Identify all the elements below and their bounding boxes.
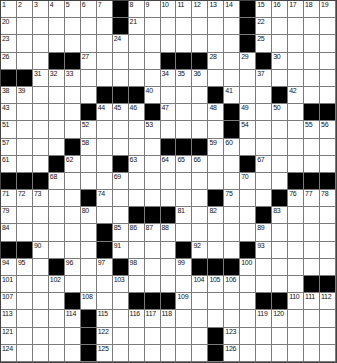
grid-cell-r10c5[interactable]: 62: [65, 156, 81, 173]
grid-cell-r17c13[interactable]: 104: [192, 276, 208, 293]
grid-cell-r21c7[interactable]: 125: [97, 345, 113, 362]
grid-cell-r7c4[interactable]: [49, 104, 65, 121]
grid-cell-r4c21[interactable]: [320, 53, 336, 70]
grid-cell-r8c1[interactable]: 51: [1, 121, 17, 138]
grid-cell-r6c16[interactable]: [240, 87, 256, 104]
grid-cell-r16c6[interactable]: [81, 259, 97, 276]
grid-cell-r13c16[interactable]: [240, 207, 256, 224]
grid-cell-r11c13[interactable]: [192, 173, 208, 190]
grid-cell-r6c21[interactable]: [320, 87, 336, 104]
grid-cell-r17c1[interactable]: 101: [1, 276, 17, 293]
grid-cell-r21c11[interactable]: [161, 345, 177, 362]
grid-cell-r1c11[interactable]: 10: [161, 1, 177, 18]
grid-cell-r18c2[interactable]: [17, 293, 33, 310]
grid-cell-r13c20[interactable]: [304, 207, 320, 224]
grid-cell-r9c6[interactable]: 58: [81, 139, 97, 156]
grid-cell-r5c16[interactable]: [240, 70, 256, 87]
grid-cell-r21c20[interactable]: [304, 345, 320, 362]
grid-cell-r12c19[interactable]: 76: [288, 190, 304, 207]
grid-cell-r8c7[interactable]: [97, 121, 113, 138]
grid-cell-r16c5[interactable]: 96: [65, 259, 81, 276]
grid-cell-r14c20[interactable]: [304, 224, 320, 241]
grid-cell-r10c15[interactable]: [224, 156, 240, 173]
grid-cell-r8c8[interactable]: [113, 121, 129, 138]
grid-cell-r20c4[interactable]: [49, 328, 65, 345]
grid-cell-r2c21[interactable]: [320, 18, 336, 35]
grid-cell-r12c9[interactable]: [129, 190, 145, 207]
grid-cell-r3c17[interactable]: 25: [256, 35, 272, 52]
grid-cell-r8c6[interactable]: 52: [81, 121, 97, 138]
grid-cell-r2c4[interactable]: [49, 18, 65, 35]
grid-cell-r20c5[interactable]: [65, 328, 81, 345]
grid-cell-r20c11[interactable]: [161, 328, 177, 345]
grid-cell-r16c1[interactable]: 94: [1, 259, 17, 276]
grid-cell-r14c13[interactable]: [192, 224, 208, 241]
grid-cell-r10c9[interactable]: 63: [129, 156, 145, 173]
grid-cell-r9c14[interactable]: 59: [208, 139, 224, 156]
grid-cell-r16c16[interactable]: 100: [240, 259, 256, 276]
grid-cell-r5c11[interactable]: 34: [161, 70, 177, 87]
grid-cell-r1c2[interactable]: 2: [17, 1, 33, 18]
grid-cell-r8c11[interactable]: [161, 121, 177, 138]
grid-cell-r19c15[interactable]: [224, 310, 240, 327]
grid-cell-r2c12[interactable]: [176, 18, 192, 35]
grid-cell-r7c8[interactable]: 45: [113, 104, 129, 121]
grid-cell-r20c20[interactable]: [304, 328, 320, 345]
grid-cell-r11c17[interactable]: [256, 173, 272, 190]
grid-cell-r10c1[interactable]: 61: [1, 156, 17, 173]
grid-cell-r14c10[interactable]: 87: [145, 224, 161, 241]
grid-cell-r14c19[interactable]: [288, 224, 304, 241]
grid-cell-r19c7[interactable]: 115: [97, 310, 113, 327]
grid-cell-r16c3[interactable]: [33, 259, 49, 276]
grid-cell-r19c18[interactable]: 120: [272, 310, 288, 327]
grid-cell-r20c21[interactable]: [320, 328, 336, 345]
grid-cell-r17c3[interactable]: [33, 276, 49, 293]
grid-cell-r6c5[interactable]: [65, 87, 81, 104]
grid-cell-r20c19[interactable]: [288, 328, 304, 345]
grid-cell-r9c21[interactable]: [320, 139, 336, 156]
grid-cell-r6c6[interactable]: [81, 87, 97, 104]
grid-cell-r14c5[interactable]: [65, 224, 81, 241]
grid-cell-r17c12[interactable]: [176, 276, 192, 293]
grid-cell-r20c15[interactable]: 123: [224, 328, 240, 345]
grid-cell-r4c10[interactable]: [145, 53, 161, 70]
grid-cell-r2c5[interactable]: [65, 18, 81, 35]
grid-cell-r2c13[interactable]: [192, 18, 208, 35]
grid-cell-r5c12[interactable]: 35: [176, 70, 192, 87]
grid-cell-r6c4[interactable]: [49, 87, 65, 104]
grid-cell-r13c1[interactable]: 79: [1, 207, 17, 224]
grid-cell-r18c13[interactable]: [192, 293, 208, 310]
grid-cell-r7c1[interactable]: 43: [1, 104, 17, 121]
grid-cell-r14c11[interactable]: 88: [161, 224, 177, 241]
grid-cell-r3c14[interactable]: [208, 35, 224, 52]
grid-cell-r4c16[interactable]: 29: [240, 53, 256, 70]
grid-cell-r18c19[interactable]: 110: [288, 293, 304, 310]
grid-cell-r1c18[interactable]: 16: [272, 1, 288, 18]
grid-cell-r16c2[interactable]: 95: [17, 259, 33, 276]
grid-cell-r14c2[interactable]: [17, 224, 33, 241]
grid-cell-r13c6[interactable]: 80: [81, 207, 97, 224]
grid-cell-r19c21[interactable]: [320, 310, 336, 327]
grid-cell-r17c7[interactable]: [97, 276, 113, 293]
grid-cell-r5c17[interactable]: 37: [256, 70, 272, 87]
grid-cell-r21c2[interactable]: [17, 345, 33, 362]
grid-cell-r13c5[interactable]: [65, 207, 81, 224]
grid-cell-r18c4[interactable]: [49, 293, 65, 310]
grid-cell-r6c11[interactable]: [161, 87, 177, 104]
grid-cell-r14c18[interactable]: [272, 224, 288, 241]
grid-cell-r10c17[interactable]: 67: [256, 156, 272, 173]
grid-cell-r6c20[interactable]: [304, 87, 320, 104]
grid-cell-r16c20[interactable]: [304, 259, 320, 276]
grid-cell-r21c8[interactable]: [113, 345, 129, 362]
grid-cell-r1c1[interactable]: 1: [1, 1, 17, 18]
grid-cell-r15c17[interactable]: 93: [256, 242, 272, 259]
grid-cell-r8c14[interactable]: [208, 121, 224, 138]
grid-cell-r6c1[interactable]: 38: [1, 87, 17, 104]
grid-cell-r10c12[interactable]: 65: [176, 156, 192, 173]
grid-cell-r8c17[interactable]: [256, 121, 272, 138]
grid-cell-r18c14[interactable]: [208, 293, 224, 310]
grid-cell-r17c15[interactable]: 106: [224, 276, 240, 293]
grid-cell-r15c9[interactable]: [129, 242, 145, 259]
grid-cell-r17c2[interactable]: [17, 276, 33, 293]
grid-cell-r18c3[interactable]: [33, 293, 49, 310]
grid-cell-r13c12[interactable]: 81: [176, 207, 192, 224]
grid-cell-r10c2[interactable]: [17, 156, 33, 173]
grid-cell-r12c3[interactable]: 73: [33, 190, 49, 207]
grid-cell-r2c14[interactable]: [208, 18, 224, 35]
grid-cell-r12c7[interactable]: 74: [97, 190, 113, 207]
grid-cell-r4c15[interactable]: [224, 53, 240, 70]
grid-cell-r9c4[interactable]: [49, 139, 65, 156]
grid-cell-r18c1[interactable]: 107: [1, 293, 17, 310]
grid-cell-r15c5[interactable]: [65, 242, 81, 259]
grid-cell-r13c21[interactable]: [320, 207, 336, 224]
grid-cell-r10c3[interactable]: [33, 156, 49, 173]
grid-cell-r1c17[interactable]: 15: [256, 1, 272, 18]
grid-cell-r5c14[interactable]: [208, 70, 224, 87]
grid-cell-r15c18[interactable]: [272, 242, 288, 259]
grid-cell-r19c19[interactable]: [288, 310, 304, 327]
grid-cell-r12c15[interactable]: 75: [224, 190, 240, 207]
grid-cell-r16c9[interactable]: 98: [129, 259, 145, 276]
grid-cell-r3c5[interactable]: [65, 35, 81, 52]
grid-cell-r8c12[interactable]: [176, 121, 192, 138]
grid-cell-r21c12[interactable]: [176, 345, 192, 362]
grid-cell-r2c2[interactable]: [17, 18, 33, 35]
grid-cell-r12c13[interactable]: [192, 190, 208, 207]
grid-cell-r19c16[interactable]: [240, 310, 256, 327]
grid-cell-r5c20[interactable]: [304, 70, 320, 87]
grid-cell-r20c1[interactable]: 121: [1, 328, 17, 345]
grid-cell-r3c11[interactable]: [161, 35, 177, 52]
grid-cell-r13c2[interactable]: [17, 207, 33, 224]
grid-cell-r6c3[interactable]: [33, 87, 49, 104]
grid-cell-r12c17[interactable]: [256, 190, 272, 207]
grid-cell-r20c16[interactable]: [240, 328, 256, 345]
grid-cell-r1c5[interactable]: 5: [65, 1, 81, 18]
grid-cell-r9c15[interactable]: 60: [224, 139, 240, 156]
grid-cell-r10c21[interactable]: [320, 156, 336, 173]
grid-cell-r19c20[interactable]: [304, 310, 320, 327]
grid-cell-r9c7[interactable]: [97, 139, 113, 156]
grid-cell-r5c3[interactable]: 31: [33, 70, 49, 87]
grid-cell-r18c21[interactable]: 112: [320, 293, 336, 310]
grid-cell-r14c4[interactable]: [49, 224, 65, 241]
grid-cell-r5c15[interactable]: [224, 70, 240, 87]
grid-cell-r11c18[interactable]: [272, 173, 288, 190]
grid-cell-r7c3[interactable]: [33, 104, 49, 121]
grid-cell-r8c10[interactable]: 53: [145, 121, 161, 138]
grid-cell-r9c3[interactable]: [33, 139, 49, 156]
grid-cell-r17c17[interactable]: [256, 276, 272, 293]
grid-cell-r11c6[interactable]: [81, 173, 97, 190]
grid-cell-r10c20[interactable]: [304, 156, 320, 173]
grid-cell-r3c15[interactable]: [224, 35, 240, 52]
grid-cell-r18c16[interactable]: [240, 293, 256, 310]
grid-cell-r13c3[interactable]: [33, 207, 49, 224]
grid-cell-r7c17[interactable]: [256, 104, 272, 121]
grid-cell-r7c2[interactable]: [17, 104, 33, 121]
grid-cell-r7c5[interactable]: [65, 104, 81, 121]
grid-cell-r2c9[interactable]: 21: [129, 18, 145, 35]
grid-cell-r17c16[interactable]: [240, 276, 256, 293]
grid-cell-r14c14[interactable]: [208, 224, 224, 241]
grid-cell-r10c7[interactable]: [97, 156, 113, 173]
grid-cell-r21c1[interactable]: 124: [1, 345, 17, 362]
grid-cell-r15c8[interactable]: 91: [113, 242, 129, 259]
grid-cell-r6c2[interactable]: 39: [17, 87, 33, 104]
grid-cell-r8c5[interactable]: [65, 121, 81, 138]
grid-cell-r19c9[interactable]: 116: [129, 310, 145, 327]
grid-cell-r20c7[interactable]: 122: [97, 328, 113, 345]
grid-cell-r8c19[interactable]: [288, 121, 304, 138]
grid-cell-r20c3[interactable]: [33, 328, 49, 345]
grid-cell-r7c7[interactable]: 44: [97, 104, 113, 121]
grid-cell-r18c12[interactable]: 109: [176, 293, 192, 310]
grid-cell-r10c13[interactable]: 66: [192, 156, 208, 173]
grid-cell-r5c18[interactable]: [272, 70, 288, 87]
grid-cell-r1c19[interactable]: 17: [288, 1, 304, 18]
grid-cell-r14c3[interactable]: [33, 224, 49, 241]
grid-cell-r17c4[interactable]: 102: [49, 276, 65, 293]
grid-cell-r21c4[interactable]: [49, 345, 65, 362]
grid-cell-r10c18[interactable]: [272, 156, 288, 173]
grid-cell-r1c7[interactable]: 7: [97, 1, 113, 18]
grid-cell-r7c11[interactable]: 47: [161, 104, 177, 121]
grid-cell-r1c20[interactable]: 18: [304, 1, 320, 18]
grid-cell-r16c10[interactable]: [145, 259, 161, 276]
grid-cell-r15c20[interactable]: [304, 242, 320, 259]
grid-cell-r12c16[interactable]: [240, 190, 256, 207]
grid-cell-r11c16[interactable]: 70: [240, 173, 256, 190]
grid-cell-r13c7[interactable]: [97, 207, 113, 224]
grid-cell-r20c9[interactable]: [129, 328, 145, 345]
grid-cell-r19c12[interactable]: [176, 310, 192, 327]
grid-cell-r11c12[interactable]: [176, 173, 192, 190]
grid-cell-r21c16[interactable]: [240, 345, 256, 362]
grid-cell-r8c16[interactable]: 54: [240, 121, 256, 138]
grid-cell-r17c11[interactable]: [161, 276, 177, 293]
grid-cell-r19c17[interactable]: 119: [256, 310, 272, 327]
grid-cell-r20c18[interactable]: [272, 328, 288, 345]
grid-cell-r14c6[interactable]: [81, 224, 97, 241]
grid-cell-r11c5[interactable]: [65, 173, 81, 190]
grid-cell-r2c17[interactable]: 22: [256, 18, 272, 35]
grid-cell-r4c8[interactable]: [113, 53, 129, 70]
grid-cell-r9c20[interactable]: [304, 139, 320, 156]
grid-cell-r4c19[interactable]: [288, 53, 304, 70]
grid-cell-r4c9[interactable]: [129, 53, 145, 70]
grid-cell-r2c1[interactable]: 20: [1, 18, 17, 35]
grid-cell-r6c10[interactable]: 40: [145, 87, 161, 104]
grid-cell-r21c19[interactable]: [288, 345, 304, 362]
grid-cell-r12c1[interactable]: 71: [1, 190, 17, 207]
grid-cell-r15c15[interactable]: [224, 242, 240, 259]
grid-cell-r15c6[interactable]: [81, 242, 97, 259]
grid-cell-r15c19[interactable]: [288, 242, 304, 259]
grid-cell-r21c21[interactable]: [320, 345, 336, 362]
grid-cell-r2c7[interactable]: [97, 18, 113, 35]
grid-cell-r4c1[interactable]: 26: [1, 53, 17, 70]
grid-cell-r20c13[interactable]: [192, 328, 208, 345]
grid-cell-r14c16[interactable]: [240, 224, 256, 241]
grid-cell-r17c18[interactable]: [272, 276, 288, 293]
grid-cell-r17c14[interactable]: 105: [208, 276, 224, 293]
grid-cell-r12c12[interactable]: [176, 190, 192, 207]
grid-cell-r5c8[interactable]: [113, 70, 129, 87]
grid-cell-r11c10[interactable]: [145, 173, 161, 190]
grid-cell-r19c14[interactable]: [208, 310, 224, 327]
grid-cell-r13c13[interactable]: [192, 207, 208, 224]
grid-cell-r15c4[interactable]: [49, 242, 65, 259]
grid-cell-r16c7[interactable]: 97: [97, 259, 113, 276]
grid-cell-r18c6[interactable]: 108: [81, 293, 97, 310]
grid-cell-r5c10[interactable]: [145, 70, 161, 87]
grid-cell-r17c9[interactable]: [129, 276, 145, 293]
grid-cell-r13c8[interactable]: [113, 207, 129, 224]
grid-cell-r19c2[interactable]: [17, 310, 33, 327]
grid-cell-r18c20[interactable]: 111: [304, 293, 320, 310]
grid-cell-r12c5[interactable]: [65, 190, 81, 207]
grid-cell-r3c10[interactable]: [145, 35, 161, 52]
grid-cell-r2c3[interactable]: [33, 18, 49, 35]
grid-cell-r3c8[interactable]: 24: [113, 35, 129, 52]
grid-cell-r1c3[interactable]: 3: [33, 1, 49, 18]
grid-cell-r3c12[interactable]: [176, 35, 192, 52]
grid-cell-r7c16[interactable]: 49: [240, 104, 256, 121]
grid-cell-r16c12[interactable]: 99: [176, 259, 192, 276]
grid-cell-r13c19[interactable]: [288, 207, 304, 224]
grid-cell-r1c14[interactable]: 13: [208, 1, 224, 18]
grid-cell-r1c10[interactable]: 9: [145, 1, 161, 18]
grid-cell-r2c11[interactable]: [161, 18, 177, 35]
grid-cell-r3c13[interactable]: [192, 35, 208, 52]
grid-cell-r20c8[interactable]: [113, 328, 129, 345]
grid-cell-r16c21[interactable]: [320, 259, 336, 276]
grid-cell-r12c4[interactable]: [49, 190, 65, 207]
grid-cell-r3c21[interactable]: [320, 35, 336, 52]
grid-cell-r7c18[interactable]: 50: [272, 104, 288, 121]
grid-cell-r20c10[interactable]: [145, 328, 161, 345]
grid-cell-r9c10[interactable]: [145, 139, 161, 156]
grid-cell-r1c15[interactable]: 14: [224, 1, 240, 18]
grid-cell-r20c2[interactable]: [17, 328, 33, 345]
grid-cell-r15c11[interactable]: [161, 242, 177, 259]
grid-cell-r1c6[interactable]: 6: [81, 1, 97, 18]
grid-cell-r9c17[interactable]: [256, 139, 272, 156]
grid-cell-r5c19[interactable]: [288, 70, 304, 87]
grid-cell-r11c9[interactable]: [129, 173, 145, 190]
grid-cell-r3c9[interactable]: [129, 35, 145, 52]
grid-cell-r2c6[interactable]: [81, 18, 97, 35]
grid-cell-r3c4[interactable]: [49, 35, 65, 52]
grid-cell-r8c2[interactable]: [17, 121, 33, 138]
grid-cell-r14c9[interactable]: 86: [129, 224, 145, 241]
grid-cell-r6c17[interactable]: [256, 87, 272, 104]
grid-cell-r14c12[interactable]: [176, 224, 192, 241]
grid-cell-r12c11[interactable]: [161, 190, 177, 207]
grid-cell-r3c2[interactable]: [17, 35, 33, 52]
grid-cell-r8c13[interactable]: [192, 121, 208, 138]
grid-cell-r16c19[interactable]: [288, 259, 304, 276]
grid-cell-r7c9[interactable]: 46: [129, 104, 145, 121]
grid-cell-r2c15[interactable]: [224, 18, 240, 35]
grid-cell-r8c21[interactable]: 56: [320, 121, 336, 138]
grid-cell-r1c9[interactable]: 8: [129, 1, 145, 18]
grid-cell-r3c6[interactable]: [81, 35, 97, 52]
grid-cell-r19c3[interactable]: [33, 310, 49, 327]
grid-cell-r14c15[interactable]: [224, 224, 240, 241]
grid-cell-r12c10[interactable]: [145, 190, 161, 207]
grid-cell-r5c9[interactable]: [129, 70, 145, 87]
grid-cell-r10c10[interactable]: [145, 156, 161, 173]
grid-cell-r17c5[interactable]: [65, 276, 81, 293]
grid-cell-r10c6[interactable]: [81, 156, 97, 173]
grid-cell-r15c13[interactable]: 92: [192, 242, 208, 259]
grid-cell-r12c8[interactable]: [113, 190, 129, 207]
grid-cell-r8c18[interactable]: [272, 121, 288, 138]
grid-cell-r11c8[interactable]: 69: [113, 173, 129, 190]
grid-cell-r3c20[interactable]: [304, 35, 320, 52]
grid-cell-r13c14[interactable]: 82: [208, 207, 224, 224]
grid-cell-r21c5[interactable]: [65, 345, 81, 362]
grid-cell-r7c13[interactable]: [192, 104, 208, 121]
grid-cell-r16c17[interactable]: [256, 259, 272, 276]
grid-cell-r9c18[interactable]: [272, 139, 288, 156]
grid-cell-r4c2[interactable]: [17, 53, 33, 70]
grid-cell-r5c21[interactable]: [320, 70, 336, 87]
grid-cell-r9c9[interactable]: [129, 139, 145, 156]
grid-cell-r10c19[interactable]: [288, 156, 304, 173]
grid-cell-r11c11[interactable]: [161, 173, 177, 190]
grid-cell-r18c7[interactable]: [97, 293, 113, 310]
grid-cell-r4c3[interactable]: [33, 53, 49, 70]
grid-cell-r4c7[interactable]: [97, 53, 113, 70]
grid-cell-r1c13[interactable]: 12: [192, 1, 208, 18]
grid-cell-r16c18[interactable]: [272, 259, 288, 276]
grid-cell-r19c11[interactable]: 118: [161, 310, 177, 327]
grid-cell-r19c5[interactable]: 114: [65, 310, 81, 327]
grid-cell-r12c2[interactable]: 72: [17, 190, 33, 207]
grid-cell-r7c19[interactable]: [288, 104, 304, 121]
grid-cell-r5c5[interactable]: 33: [65, 70, 81, 87]
grid-cell-r4c20[interactable]: [304, 53, 320, 70]
grid-cell-r21c15[interactable]: 126: [224, 345, 240, 362]
